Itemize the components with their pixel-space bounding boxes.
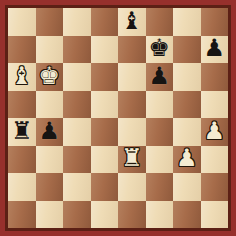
square-c3[interactable] bbox=[63, 146, 91, 174]
square-d2[interactable] bbox=[91, 173, 119, 201]
piece-black-king: ♚ bbox=[148, 36, 170, 60]
square-c7[interactable] bbox=[63, 36, 91, 64]
square-c1[interactable] bbox=[63, 201, 91, 229]
square-g1[interactable] bbox=[173, 201, 201, 229]
square-c2[interactable] bbox=[63, 173, 91, 201]
piece-black-pawn: ♟ bbox=[148, 64, 170, 88]
square-f2[interactable] bbox=[146, 173, 174, 201]
square-a6[interactable]: ♝ bbox=[8, 63, 36, 91]
square-d7[interactable] bbox=[91, 36, 119, 64]
square-e3[interactable]: ♜ bbox=[118, 146, 146, 174]
square-b4[interactable]: ♟ bbox=[36, 118, 64, 146]
square-d6[interactable] bbox=[91, 63, 119, 91]
square-c6[interactable] bbox=[63, 63, 91, 91]
square-a1[interactable] bbox=[8, 201, 36, 229]
chess-board: ♝♚♟♝♚♟♜♟♟♜♟ bbox=[8, 8, 228, 228]
square-a2[interactable] bbox=[8, 173, 36, 201]
square-d1[interactable] bbox=[91, 201, 119, 229]
square-c8[interactable] bbox=[63, 8, 91, 36]
piece-white-rook: ♜ bbox=[121, 146, 143, 170]
square-g7[interactable] bbox=[173, 36, 201, 64]
square-b2[interactable] bbox=[36, 173, 64, 201]
square-e1[interactable] bbox=[118, 201, 146, 229]
square-b5[interactable] bbox=[36, 91, 64, 119]
piece-white-pawn: ♟ bbox=[176, 146, 198, 170]
square-f3[interactable] bbox=[146, 146, 174, 174]
square-e8[interactable]: ♝ bbox=[118, 8, 146, 36]
square-c5[interactable] bbox=[63, 91, 91, 119]
board-frame-inner-line: ♝♚♟♝♚♟♜♟♟♜♟ bbox=[5, 5, 231, 231]
square-b1[interactable] bbox=[36, 201, 64, 229]
square-b7[interactable] bbox=[36, 36, 64, 64]
square-h2[interactable] bbox=[201, 173, 229, 201]
square-e5[interactable] bbox=[118, 91, 146, 119]
square-g4[interactable] bbox=[173, 118, 201, 146]
square-d4[interactable] bbox=[91, 118, 119, 146]
square-e4[interactable] bbox=[118, 118, 146, 146]
square-h8[interactable] bbox=[201, 8, 229, 36]
square-f7[interactable]: ♚ bbox=[146, 36, 174, 64]
square-f4[interactable] bbox=[146, 118, 174, 146]
square-d3[interactable] bbox=[91, 146, 119, 174]
square-e2[interactable] bbox=[118, 173, 146, 201]
piece-white-bishop: ♝ bbox=[11, 64, 33, 88]
square-b3[interactable] bbox=[36, 146, 64, 174]
square-f1[interactable] bbox=[146, 201, 174, 229]
square-h1[interactable] bbox=[201, 201, 229, 229]
piece-black-rook: ♜ bbox=[11, 119, 33, 143]
square-a4[interactable]: ♜ bbox=[8, 118, 36, 146]
square-e7[interactable] bbox=[118, 36, 146, 64]
square-f5[interactable] bbox=[146, 91, 174, 119]
square-d8[interactable] bbox=[91, 8, 119, 36]
square-a3[interactable] bbox=[8, 146, 36, 174]
piece-black-pawn: ♟ bbox=[38, 119, 60, 143]
square-g5[interactable] bbox=[173, 91, 201, 119]
square-b8[interactable] bbox=[36, 8, 64, 36]
square-a7[interactable] bbox=[8, 36, 36, 64]
square-g3[interactable]: ♟ bbox=[173, 146, 201, 174]
square-f8[interactable] bbox=[146, 8, 174, 36]
square-g8[interactable] bbox=[173, 8, 201, 36]
square-h4[interactable]: ♟ bbox=[201, 118, 229, 146]
square-a5[interactable] bbox=[8, 91, 36, 119]
square-h6[interactable] bbox=[201, 63, 229, 91]
square-d5[interactable] bbox=[91, 91, 119, 119]
square-c4[interactable] bbox=[63, 118, 91, 146]
piece-white-pawn: ♟ bbox=[203, 119, 225, 143]
board-frame: ♝♚♟♝♚♟♜♟♟♜♟ bbox=[0, 0, 236, 236]
square-f6[interactable]: ♟ bbox=[146, 63, 174, 91]
piece-white-king: ♚ bbox=[38, 64, 60, 88]
piece-black-bishop: ♝ bbox=[121, 9, 143, 33]
piece-black-pawn: ♟ bbox=[203, 36, 225, 60]
square-a8[interactable] bbox=[8, 8, 36, 36]
square-h7[interactable]: ♟ bbox=[201, 36, 229, 64]
square-b6[interactable]: ♚ bbox=[36, 63, 64, 91]
square-h3[interactable] bbox=[201, 146, 229, 174]
square-g2[interactable] bbox=[173, 173, 201, 201]
square-g6[interactable] bbox=[173, 63, 201, 91]
square-h5[interactable] bbox=[201, 91, 229, 119]
square-e6[interactable] bbox=[118, 63, 146, 91]
